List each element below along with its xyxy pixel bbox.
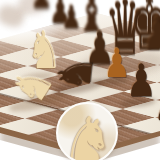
knight-detail-icon: ♞ bbox=[62, 109, 113, 160]
edge-dark-pawn: ♟ bbox=[154, 86, 160, 126]
chess-set-photo: ♞ ♟♟♟♝♛♚♟♟♟♟♟♞♞♞ bbox=[0, 0, 160, 160]
back-dark-pawn-right: ♟ bbox=[143, 12, 160, 56]
focus-dark-pawn: ♟ bbox=[126, 60, 156, 103]
zoom-inset-circle: ♞ bbox=[56, 102, 118, 160]
